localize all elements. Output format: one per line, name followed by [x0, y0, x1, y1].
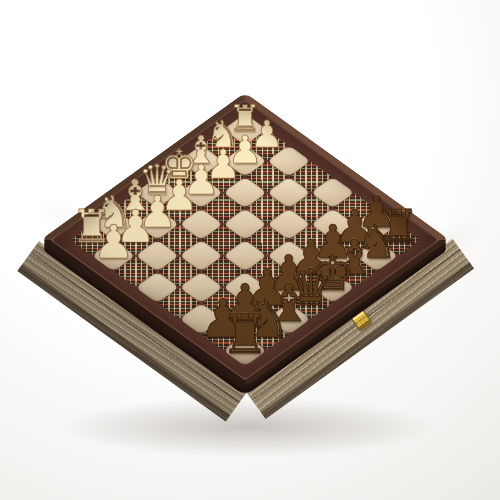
photo-scene: ♜♟♟♜♞♟♟♞♝♟♟♝♚♟♟♚♛♟♟♛♝♟♟♝♞♟♟♞♜♟♟♜ [0, 0, 500, 500]
square-a8[interactable]: ♜ [223, 335, 267, 367]
brass-latch-icon [349, 307, 372, 331]
floor-shadow [52, 396, 442, 458]
piece-white-pawn-a2[interactable]: ♟ [93, 219, 135, 265]
piece-black-rook-a8[interactable]: ♜ [221, 307, 270, 361]
chess-board-frame: ♜♟♟♜♞♟♟♞♝♟♟♝♚♟♟♚♛♟♟♛♝♟♟♝♞♟♟♞♜♟♟♜ [40, 92, 450, 387]
